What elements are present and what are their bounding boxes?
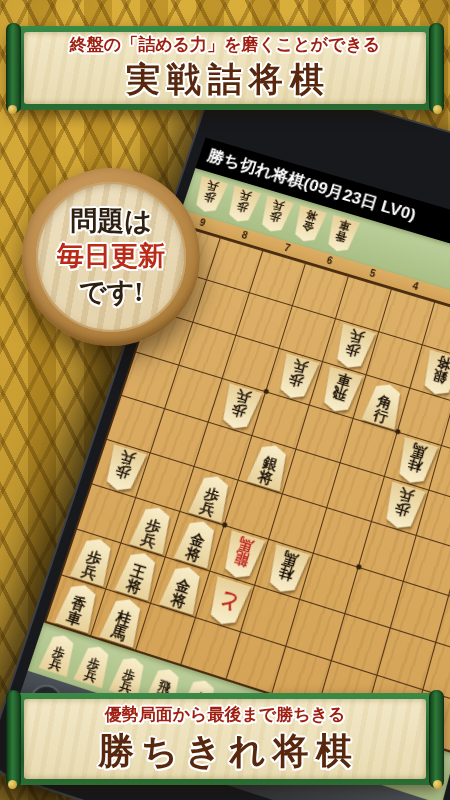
shogi-piece-sente-桂馬[interactable]: 桂馬	[98, 594, 148, 648]
shogi-piece-gote-銀将[interactable]: 銀将	[417, 349, 450, 399]
hand-piece-金将[interactable]: 金将	[290, 204, 328, 245]
badge-face: 問題は 毎日更新 です!	[36, 182, 186, 332]
shogi-piece-sente-角行[interactable]: 角行	[360, 379, 407, 430]
hand-piece-歩兵[interactable]: 歩兵	[224, 185, 263, 225]
piece-kanji: 兵	[272, 198, 286, 212]
shogi-piece-sente-金将[interactable]: 金将	[158, 562, 207, 616]
shogi-piece-gote-歩兵[interactable]: 歩兵	[379, 481, 426, 533]
shogi-piece-gote-桂馬[interactable]: 桂馬	[262, 544, 310, 597]
piece-kanji: 兵	[82, 669, 97, 685]
scroll-knob-icon	[8, 105, 17, 114]
shogi-piece-gote-桂馬[interactable]: 桂馬	[392, 437, 439, 489]
star-point-icon	[263, 388, 269, 394]
page-background: 勝ち切れ将棋(09月23日 LV0) 歩兵歩兵歩兵金将香車 987654321 …	[0, 0, 450, 800]
star-point-icon	[221, 522, 228, 529]
piece-kanji: 将	[435, 353, 450, 371]
shogi-piece-sente-歩兵[interactable]: 歩兵	[38, 631, 80, 677]
bottom-banner-parchment: 優勢局面から最後まで勝ちきる 勝ちきれ将棋	[24, 699, 426, 779]
piece-kanji: と	[212, 579, 243, 622]
shogi-piece-gote-歩兵[interactable]: 歩兵	[224, 185, 263, 225]
piece-kanji: 行	[371, 408, 389, 426]
badge-line2: 毎日更新	[57, 239, 165, 274]
piece-kanji: 兵	[291, 357, 309, 375]
piece-kanji: 将	[305, 208, 319, 222]
piece-kanji: 兵	[139, 532, 157, 551]
scroll-knob-icon	[433, 780, 442, 789]
shogi-piece-gote-龍馬[interactable]: 龍馬	[217, 530, 266, 583]
piece-kanji: 将	[184, 546, 202, 565]
shogi-piece-gote-と[interactable]: と	[203, 576, 252, 630]
badge-line3: です!	[79, 275, 143, 310]
piece-kanji: 将	[169, 592, 187, 611]
shogi-piece-sente-銀将[interactable]: 銀将	[245, 440, 293, 492]
piece-kanji: 馬	[236, 534, 254, 553]
shogi-piece-gote-歩兵[interactable]: 歩兵	[330, 323, 376, 373]
shogi-piece-gote-金将[interactable]: 金将	[290, 204, 328, 245]
hand-piece-香車[interactable]: 香車	[323, 214, 361, 255]
hand-piece-歩兵[interactable]: 歩兵	[256, 195, 294, 235]
shogi-piece-gote-歩兵[interactable]: 歩兵	[215, 383, 262, 434]
star-point-icon	[356, 564, 362, 571]
daily-update-badge: 問題は 毎日更新 です!	[22, 168, 200, 346]
piece-kanji: 馬	[410, 441, 428, 459]
piece-kanji: 車	[65, 610, 84, 629]
bottom-banner-subtitle: 優勢局面から最後まで勝ちきる	[105, 703, 346, 726]
top-banner-subtitle: 終盤の「詰める力」を磨くことができる	[70, 33, 380, 56]
piece-kanji: 兵	[397, 485, 415, 503]
shogi-piece-sente-歩兵[interactable]: 歩兵	[73, 642, 115, 689]
shogi-piece-gote-香車[interactable]: 香車	[323, 214, 361, 255]
piece-kanji: 兵	[47, 657, 63, 673]
shogi-piece-sente-歩兵[interactable]: 歩兵	[187, 471, 235, 523]
scroll-roll-right-icon	[429, 23, 444, 113]
piece-kanji: 兵	[198, 500, 216, 518]
hand-piece-歩兵[interactable]: 歩兵	[191, 175, 230, 215]
piece-kanji: 将	[125, 578, 144, 597]
scroll-roll-left-icon	[6, 690, 21, 788]
shogi-piece-sente-金将[interactable]: 金将	[173, 516, 222, 569]
piece-kanji: 車	[338, 218, 352, 232]
piece-kanji: 車	[335, 370, 353, 388]
shogi-piece-sente-香車[interactable]: 香車	[53, 580, 103, 634]
piece-kanji: 兵	[118, 448, 136, 466]
top-banner: 終盤の「詰める力」を磨くことができる 実戦詰将棋	[8, 26, 442, 110]
piece-kanji: 将	[257, 469, 275, 487]
scroll-roll-right-icon	[429, 690, 444, 788]
badge-line1: 問題は	[70, 204, 152, 239]
shogi-piece-gote-歩兵[interactable]: 歩兵	[256, 195, 294, 235]
scroll-knob-icon	[8, 780, 17, 789]
shogi-piece-gote-飛車[interactable]: 飛車	[317, 366, 364, 416]
shogi-piece-sente-王将[interactable]: 王将	[113, 548, 162, 601]
piece-kanji: 兵	[348, 327, 365, 344]
shogi-piece-gote-歩兵[interactable]: 歩兵	[99, 444, 147, 496]
phone: 勝ち切れ将棋(09月23日 LV0) 歩兵歩兵歩兵金将香車 987654321 …	[0, 64, 450, 800]
top-banner-parchment: 終盤の「詰める力」を磨くことができる 実戦詰将棋	[24, 32, 426, 104]
hand-piece-歩兵[interactable]: 歩兵	[38, 631, 80, 677]
scroll-knob-icon	[433, 105, 442, 114]
shogi-piece-gote-歩兵[interactable]: 歩兵	[191, 175, 230, 215]
bottom-banner: 優勢局面から最後まで勝ちきる 勝ちきれ将棋	[8, 693, 442, 785]
piece-kanji: 馬	[109, 624, 128, 643]
piece-kanji: 兵	[234, 387, 252, 405]
piece-kanji: 兵	[239, 188, 253, 202]
piece-kanji: 兵	[206, 179, 220, 193]
bottom-banner-title: 勝ちきれ将棋	[91, 727, 359, 776]
top-banner-title: 実戦詰将棋	[119, 57, 331, 103]
scroll-roll-left-icon	[6, 23, 21, 113]
star-point-icon	[395, 428, 401, 434]
piece-kanji: 兵	[80, 564, 99, 583]
shogi-piece-sente-歩兵[interactable]: 歩兵	[69, 534, 118, 587]
piece-kanji: 馬	[281, 548, 299, 567]
shogi-piece-gote-歩兵[interactable]: 歩兵	[273, 353, 320, 403]
shogi-piece-sente-歩兵[interactable]: 歩兵	[128, 502, 177, 555]
hand-piece-歩兵[interactable]: 歩兵	[73, 642, 115, 689]
